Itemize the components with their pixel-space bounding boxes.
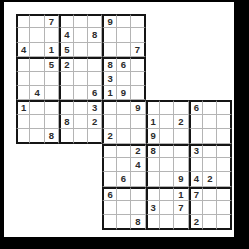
cell-r3c11 <box>160 43 174 57</box>
cell-r11c11[interactable] <box>160 158 174 172</box>
cell-r14c4 <box>59 201 73 215</box>
cell-r2c14 <box>203 28 217 42</box>
cell-r14c6 <box>88 201 102 215</box>
cell-r6c8: 9 <box>117 86 131 100</box>
cell-r5c12 <box>174 72 188 86</box>
cell-r5c13 <box>189 72 203 86</box>
cell-r15c2 <box>30 215 44 229</box>
cell-r3c6[interactable] <box>88 43 102 57</box>
cell-r12c8: 6 <box>117 172 131 186</box>
cell-r2c13 <box>189 28 203 42</box>
cell-r1c10 <box>146 14 160 28</box>
cell-r15c13: 2 <box>189 215 203 229</box>
cell-r13c1 <box>16 187 30 201</box>
twodoku-board: 7948415752863461913968212829283469426173… <box>16 14 232 230</box>
cell-r9c11[interactable] <box>160 129 174 143</box>
cell-r2c7[interactable] <box>102 28 116 42</box>
cell-r2c2[interactable] <box>30 28 44 42</box>
cell-r3c7[interactable] <box>102 43 116 57</box>
cell-r10c13: 3 <box>189 144 203 158</box>
cell-r15c11[interactable] <box>160 215 174 229</box>
cell-r2c1[interactable] <box>16 28 30 42</box>
cell-r7c7[interactable] <box>102 100 116 114</box>
cell-r4c7: 8 <box>102 57 116 71</box>
cell-r10c5 <box>74 144 88 158</box>
cell-r6c11 <box>160 86 174 100</box>
cell-r3c12 <box>174 43 188 57</box>
cell-r15c7[interactable] <box>102 215 116 229</box>
cell-r7c5[interactable] <box>74 100 88 114</box>
cell-r14c2 <box>30 201 44 215</box>
cell-r1c7: 9 <box>102 14 116 28</box>
screenshot-canvas: { "game": "twodoku (twin overlapping sud… <box>0 0 249 249</box>
cell-r7c1: 1 <box>16 100 30 114</box>
cell-r14c13[interactable] <box>189 201 203 215</box>
cell-r10c15[interactable] <box>217 144 231 158</box>
cell-r10c10: 8 <box>146 144 160 158</box>
cell-r3c13 <box>189 43 203 57</box>
cell-r8c2[interactable] <box>30 115 44 129</box>
cell-r12c12: 9 <box>174 172 188 186</box>
cell-r4c4: 2 <box>59 57 73 71</box>
cell-r12c4 <box>59 172 73 186</box>
cell-r8c5[interactable] <box>74 115 88 129</box>
cell-r5c1[interactable] <box>16 72 30 86</box>
cell-r8c11[interactable] <box>160 115 174 129</box>
cell-r7c10[interactable] <box>146 100 160 114</box>
cell-r11c1 <box>16 158 30 172</box>
cell-r6c10 <box>146 86 160 100</box>
cell-r1c11 <box>160 14 174 28</box>
cell-r6c4[interactable] <box>59 86 73 100</box>
cell-r12c1 <box>16 172 30 186</box>
cell-r14c1 <box>16 201 30 215</box>
cell-r11c7[interactable] <box>102 158 116 172</box>
cell-r15c14[interactable] <box>203 215 217 229</box>
cell-r5c7: 3 <box>102 72 116 86</box>
cell-r2c5[interactable] <box>74 28 88 42</box>
cell-r12c15[interactable] <box>217 172 231 186</box>
cell-r3c5[interactable] <box>74 43 88 57</box>
cell-r13c7: 6 <box>102 187 116 201</box>
cell-r9c14[interactable] <box>203 129 217 143</box>
cell-r8c9[interactable] <box>131 115 145 129</box>
cell-r11c3 <box>45 158 59 172</box>
cell-r6c12 <box>174 86 188 100</box>
cell-r2c3[interactable] <box>45 28 59 42</box>
cell-r2c6: 8 <box>88 28 102 42</box>
cell-r15c12[interactable] <box>174 215 188 229</box>
cell-r1c4[interactable] <box>59 14 73 28</box>
cell-r1c15 <box>217 14 231 28</box>
cell-r2c15 <box>217 28 231 42</box>
cell-r12c13: 4 <box>189 172 203 186</box>
cell-r9c5[interactable] <box>74 129 88 143</box>
cell-r4c10 <box>146 57 160 71</box>
cell-r7c13: 6 <box>189 100 203 114</box>
cell-r1c3: 7 <box>45 14 59 28</box>
cell-r8c14[interactable] <box>203 115 217 129</box>
cell-r11c14[interactable] <box>203 158 217 172</box>
cell-r4c6[interactable] <box>88 57 102 71</box>
cell-r9c6[interactable] <box>88 129 102 143</box>
cell-r8c4: 8 <box>59 115 73 129</box>
cell-r13c14[interactable] <box>203 187 217 201</box>
cell-r8c1[interactable] <box>16 115 30 129</box>
cell-r2c4: 4 <box>59 28 73 42</box>
cell-r8c15[interactable] <box>217 115 231 129</box>
cell-r6c13 <box>189 86 203 100</box>
cell-r15c3 <box>45 215 59 229</box>
cell-r14c14[interactable] <box>203 201 217 215</box>
cell-r6c3[interactable] <box>45 86 59 100</box>
cell-r13c9[interactable] <box>131 187 145 201</box>
cell-r12c3 <box>45 172 59 186</box>
cell-r5c10 <box>146 72 160 86</box>
cell-r1c14 <box>203 14 217 28</box>
cell-r8c13[interactable] <box>189 115 203 129</box>
cell-r7c2[interactable] <box>30 100 44 114</box>
cell-r11c9: 4 <box>131 158 145 172</box>
cell-r9c4[interactable] <box>59 129 73 143</box>
cell-r1c5[interactable] <box>74 14 88 28</box>
cell-r13c8[interactable] <box>117 187 131 201</box>
cell-r6c2: 4 <box>30 86 44 100</box>
cell-r12c9[interactable] <box>131 172 145 186</box>
cell-r6c6: 6 <box>88 86 102 100</box>
cell-r4c14 <box>203 57 217 71</box>
cell-r7c12[interactable] <box>174 100 188 114</box>
cell-r7c4[interactable] <box>59 100 73 114</box>
cell-r7c11[interactable] <box>160 100 174 114</box>
cell-r2c10 <box>146 28 160 42</box>
cell-r8c10: 1 <box>146 115 160 129</box>
cell-r1c2[interactable] <box>30 14 44 28</box>
cell-r5c4[interactable] <box>59 72 73 86</box>
cell-r6c9[interactable] <box>131 86 145 100</box>
cell-r14c9[interactable] <box>131 201 145 215</box>
cell-r9c12[interactable] <box>174 129 188 143</box>
cell-r4c8: 6 <box>117 57 131 71</box>
cell-r3c4: 5 <box>59 43 73 57</box>
cell-r10c12[interactable] <box>174 144 188 158</box>
puzzle-panel: 7948415752863461913968212829283469426173… <box>4 2 234 237</box>
cell-r15c1 <box>16 215 30 229</box>
cell-r3c10 <box>146 43 160 57</box>
cell-r9c1[interactable] <box>16 129 30 143</box>
cell-r1c9[interactable] <box>131 14 145 28</box>
cell-r11c5 <box>74 158 88 172</box>
cell-r9c9[interactable] <box>131 129 145 143</box>
cell-r3c2[interactable] <box>30 43 44 57</box>
cell-r6c14 <box>203 86 217 100</box>
cell-r11c6 <box>88 158 102 172</box>
cell-r10c1 <box>16 144 30 158</box>
cell-r12c14: 2 <box>203 172 217 186</box>
cell-r9c10: 9 <box>146 129 160 143</box>
cell-r10c11[interactable] <box>160 144 174 158</box>
cell-r11c8[interactable] <box>117 158 131 172</box>
cell-r7c6: 3 <box>88 100 102 114</box>
cell-r3c15 <box>217 43 231 57</box>
cell-r12c7[interactable] <box>102 172 116 186</box>
cell-r15c8[interactable] <box>117 215 131 229</box>
cell-r15c10[interactable] <box>146 215 160 229</box>
cell-r9c7: 2 <box>102 129 116 143</box>
cell-r4c9[interactable] <box>131 57 145 71</box>
cell-r15c15[interactable] <box>217 215 231 229</box>
cell-r3c8[interactable] <box>117 43 131 57</box>
cell-r1c13 <box>189 14 203 28</box>
cell-r5c2[interactable] <box>30 72 44 86</box>
cell-r12c2 <box>30 172 44 186</box>
cell-r7c3[interactable] <box>45 100 59 114</box>
cell-r14c8[interactable] <box>117 201 131 215</box>
cell-r8c6: 2 <box>88 115 102 129</box>
cell-r4c15 <box>217 57 231 71</box>
cell-r2c8[interactable] <box>117 28 131 42</box>
cell-r5c6[interactable] <box>88 72 102 86</box>
cell-r13c6 <box>88 187 102 201</box>
cell-r4c5[interactable] <box>74 57 88 71</box>
cell-r7c8[interactable] <box>117 100 131 114</box>
cell-r10c2 <box>30 144 44 158</box>
cell-r12c10[interactable] <box>146 172 160 186</box>
cell-r1c1[interactable] <box>16 14 30 28</box>
cell-r9c8[interactable] <box>117 129 131 143</box>
cell-r7c14[interactable] <box>203 100 217 114</box>
cell-r8c7[interactable] <box>102 115 116 129</box>
cell-r11c4 <box>59 158 73 172</box>
cell-r13c4 <box>59 187 73 201</box>
cell-r5c3[interactable] <box>45 72 59 86</box>
cell-r4c13 <box>189 57 203 71</box>
cell-r13c10[interactable] <box>146 187 160 201</box>
cell-r6c5[interactable] <box>74 86 88 100</box>
cell-r4c2[interactable] <box>30 57 44 71</box>
cell-r5c9[interactable] <box>131 72 145 86</box>
cell-r11c13[interactable] <box>189 158 203 172</box>
cell-r5c5[interactable] <box>74 72 88 86</box>
cell-r11c15[interactable] <box>217 158 231 172</box>
cell-r14c11[interactable] <box>160 201 174 215</box>
cell-r12c11[interactable] <box>160 172 174 186</box>
cell-r10c9: 2 <box>131 144 145 158</box>
cell-r4c3: 5 <box>45 57 59 71</box>
cell-r5c15 <box>217 72 231 86</box>
cell-r9c15[interactable] <box>217 129 231 143</box>
cell-r5c11 <box>160 72 174 86</box>
cell-r13c3 <box>45 187 59 201</box>
cell-r10c14[interactable] <box>203 144 217 158</box>
cell-r10c6 <box>88 144 102 158</box>
cell-r1c8[interactable] <box>117 14 131 28</box>
cell-r3c1: 4 <box>16 43 30 57</box>
cell-r5c14 <box>203 72 217 86</box>
cell-r3c3: 1 <box>45 43 59 57</box>
cell-r2c9[interactable] <box>131 28 145 42</box>
cell-r4c11 <box>160 57 174 71</box>
cell-r8c3[interactable] <box>45 115 59 129</box>
cell-r13c2 <box>30 187 44 201</box>
cell-r13c13: 7 <box>189 187 203 201</box>
cell-r14c15[interactable] <box>217 201 231 215</box>
cell-r1c12 <box>174 14 188 28</box>
cell-r13c5 <box>74 187 88 201</box>
cell-r2c12 <box>174 28 188 42</box>
cell-r10c4 <box>59 144 73 158</box>
cell-r3c14 <box>203 43 217 57</box>
cell-r9c3: 8 <box>45 129 59 143</box>
cell-r9c2[interactable] <box>30 129 44 143</box>
cell-r2c11 <box>160 28 174 42</box>
cell-r13c15[interactable] <box>217 187 231 201</box>
cell-r11c12[interactable] <box>174 158 188 172</box>
cell-r10c7[interactable] <box>102 144 116 158</box>
cell-r4c12 <box>174 57 188 71</box>
cell-r14c10: 3 <box>146 201 160 215</box>
cell-r13c12: 1 <box>174 187 188 201</box>
cell-r15c5 <box>74 215 88 229</box>
cell-r11c10[interactable] <box>146 158 160 172</box>
cell-r7c15[interactable] <box>217 100 231 114</box>
cell-r14c5 <box>74 201 88 215</box>
cell-r6c1[interactable] <box>16 86 30 100</box>
cell-r15c6 <box>88 215 102 229</box>
cell-r6c15 <box>217 86 231 100</box>
cell-r7c9: 9 <box>131 100 145 114</box>
cell-r14c7[interactable] <box>102 201 116 215</box>
cell-r9c13[interactable] <box>189 129 203 143</box>
cell-r5c8[interactable] <box>117 72 131 86</box>
cell-r4c1[interactable] <box>16 57 30 71</box>
cell-r13c11[interactable] <box>160 187 174 201</box>
cell-r8c12: 2 <box>174 115 188 129</box>
cell-r12c5 <box>74 172 88 186</box>
cell-r1c6[interactable] <box>88 14 102 28</box>
cell-r15c4 <box>59 215 73 229</box>
cell-r8c8[interactable] <box>117 115 131 129</box>
cell-r12c6 <box>88 172 102 186</box>
cell-r14c12: 7 <box>174 201 188 215</box>
cell-r11c2 <box>30 158 44 172</box>
cell-r14c3 <box>45 201 59 215</box>
cell-r3c9: 7 <box>131 43 145 57</box>
cell-r10c3 <box>45 144 59 158</box>
cell-r15c9: 8 <box>131 215 145 229</box>
cell-r6c7: 1 <box>102 86 116 100</box>
cell-r10c8[interactable] <box>117 144 131 158</box>
